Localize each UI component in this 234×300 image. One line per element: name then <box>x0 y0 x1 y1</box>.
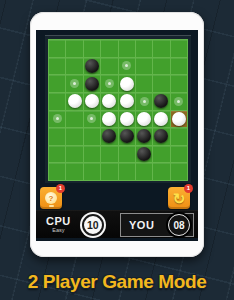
board-cell-r3c2[interactable] <box>66 75 82 92</box>
board-cell-r5c3[interactable] <box>84 111 100 128</box>
hint-bulb-icon: ? <box>45 192 57 204</box>
legal-move-hint <box>70 79 79 88</box>
you-score-circle: 08 <box>168 214 190 236</box>
board-cell-r8c4[interactable] <box>101 163 117 180</box>
board-cell-r1c5[interactable] <box>119 40 135 57</box>
board-cell-r2c5[interactable] <box>119 58 135 75</box>
board-cell-r7c8[interactable] <box>171 146 187 163</box>
board-cell-r2c8[interactable] <box>171 58 187 75</box>
board-cell-r4c5[interactable] <box>119 93 135 110</box>
cpu-labels: CPU Easy <box>46 216 71 234</box>
board-cell-r7c6[interactable] <box>136 146 152 163</box>
white-disc <box>120 94 134 108</box>
board-cell-r2c2[interactable] <box>66 58 82 75</box>
legal-move-hint <box>87 114 96 123</box>
board-cell-r8c3[interactable] <box>84 163 100 180</box>
caption-text: 2 Player Game Mode <box>0 271 234 293</box>
board-cell-r3c5[interactable] <box>119 75 135 92</box>
scoreboard: CPU Easy 10 YOU 08 <box>36 210 198 238</box>
white-disc <box>154 112 168 126</box>
restart-button[interactable]: ↻ 1 <box>168 187 190 209</box>
board-cell-r1c4[interactable] <box>101 40 117 57</box>
board-cell-r5c6[interactable] <box>136 111 152 128</box>
legal-move-hint <box>122 61 131 70</box>
board-cell-r7c4[interactable] <box>101 146 117 163</box>
white-disc <box>68 94 82 108</box>
game-screen: ? 1 ↻ 1 CPU Easy 10 YOU 08 <box>36 30 198 241</box>
restart-arrow-icon: ↻ <box>173 191 186 206</box>
tablet-frame: ? 1 ↻ 1 CPU Easy 10 YOU 08 <box>30 12 204 257</box>
board-cell-r2c6[interactable] <box>136 58 152 75</box>
board-cell-r3c4[interactable] <box>101 75 117 92</box>
black-disc <box>154 94 168 108</box>
legal-move-hint <box>140 97 149 106</box>
board-cell-r1c2[interactable] <box>66 40 82 57</box>
board-cell-r4c8[interactable] <box>171 93 187 110</box>
board-cell-r8c8[interactable] <box>171 163 187 180</box>
white-disc <box>120 112 134 126</box>
black-disc <box>137 147 151 161</box>
board-cell-r3c7[interactable] <box>153 75 169 92</box>
legal-move-hint <box>174 97 183 106</box>
board-cell-r5c7[interactable] <box>153 111 169 128</box>
black-disc <box>85 59 99 73</box>
black-disc <box>154 129 168 143</box>
board-cell-r8c7[interactable] <box>153 163 169 180</box>
black-disc <box>85 77 99 91</box>
board-cell-r1c8[interactable] <box>171 40 187 57</box>
board-cell-r7c3[interactable] <box>84 146 100 163</box>
cpu-score-section: CPU Easy 10 <box>46 214 104 236</box>
legal-move-hint <box>53 114 62 123</box>
board-cell-r6c8[interactable] <box>171 128 187 145</box>
board-cell-r7c2[interactable] <box>66 146 82 163</box>
black-disc <box>137 129 151 143</box>
board-cell-r4c7[interactable] <box>153 93 169 110</box>
board-cell-r1c7[interactable] <box>153 40 169 57</box>
board-cell-r8c1[interactable] <box>49 163 65 180</box>
board-cell-r1c3[interactable] <box>84 40 100 57</box>
board-cell-r1c1[interactable] <box>49 40 65 57</box>
board-cell-r6c2[interactable] <box>66 128 82 145</box>
board-cell-r3c3[interactable] <box>84 75 100 92</box>
white-disc <box>120 77 134 91</box>
restart-badge: 1 <box>184 184 193 193</box>
board-cell-r3c8[interactable] <box>171 75 187 92</box>
board-cell-r5c1[interactable] <box>49 111 65 128</box>
board-cell-r7c5[interactable] <box>119 146 135 163</box>
board-cell-r4c2[interactable] <box>66 93 82 110</box>
board-frame <box>45 35 191 183</box>
white-disc <box>102 94 116 108</box>
board-cell-r2c4[interactable] <box>101 58 117 75</box>
board-cell-r2c3[interactable] <box>84 58 100 75</box>
board-cell-r5c5[interactable] <box>119 111 135 128</box>
board-cell-r2c1[interactable] <box>49 58 65 75</box>
board-cell-r8c6[interactable] <box>136 163 152 180</box>
hint-badge: 1 <box>56 184 65 193</box>
white-disc <box>137 112 151 126</box>
app-screenshot: ? 1 ↻ 1 CPU Easy 10 YOU 08 <box>0 0 234 300</box>
white-disc <box>172 112 186 126</box>
you-score-section: YOU 08 <box>120 213 194 237</box>
board-cell-r4c4[interactable] <box>101 93 117 110</box>
board-cell-r4c6[interactable] <box>136 93 152 110</box>
you-label: YOU <box>129 219 154 231</box>
black-disc <box>102 129 116 143</box>
board-cell-r5c4[interactable] <box>101 111 117 128</box>
board-cell-r6c4[interactable] <box>101 128 117 145</box>
board-cell-r2c7[interactable] <box>153 58 169 75</box>
board-cell-r7c7[interactable] <box>153 146 169 163</box>
board-cell-r6c1[interactable] <box>49 128 65 145</box>
cpu-difficulty-label: Easy <box>52 228 64 234</box>
board-cell-r1c6[interactable] <box>136 40 152 57</box>
board-cell-r5c2[interactable] <box>66 111 82 128</box>
cpu-label: CPU <box>46 216 71 227</box>
white-disc <box>102 112 116 126</box>
board-cell-r6c7[interactable] <box>153 128 169 145</box>
board-cell-r3c6[interactable] <box>136 75 152 92</box>
black-disc <box>120 129 134 143</box>
board-cell-r5c8[interactable] <box>171 111 187 128</box>
board-cell-r4c1[interactable] <box>49 93 65 110</box>
board-cell-r6c5[interactable] <box>119 128 135 145</box>
board-cell-r8c5[interactable] <box>119 163 135 180</box>
board-cell-r4c3[interactable] <box>84 93 100 110</box>
board-cell-r6c6[interactable] <box>136 128 152 145</box>
legal-move-hint <box>105 79 114 88</box>
board-cell-r8c2[interactable] <box>66 163 82 180</box>
board-cell-r3c1[interactable] <box>49 75 65 92</box>
reversi-board <box>48 39 188 181</box>
hint-button[interactable]: ? 1 <box>40 187 62 209</box>
board-cell-r6c3[interactable] <box>84 128 100 145</box>
white-disc <box>85 94 99 108</box>
board-cell-r7c1[interactable] <box>49 146 65 163</box>
cpu-score-circle: 10 <box>82 214 104 236</box>
